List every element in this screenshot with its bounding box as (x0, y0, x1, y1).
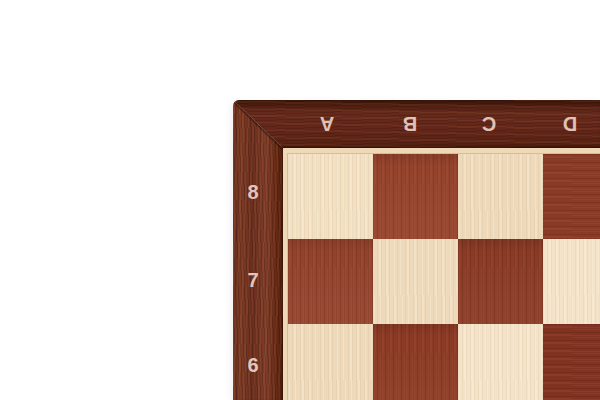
rank-label-6: 6 (247, 354, 258, 377)
rank-label-7: 7 (247, 269, 258, 292)
board-frame-left: 876 (233, 100, 283, 400)
square-a6 (288, 324, 373, 400)
square-b7 (373, 239, 458, 324)
rank-label-8: 8 (247, 181, 258, 204)
board-frame-top: ABCD (233, 100, 600, 148)
square-c6 (458, 324, 543, 400)
file-label-a: A (320, 112, 334, 135)
square-d6 (543, 324, 600, 400)
board-grid (288, 154, 600, 400)
file-label-d: D (563, 112, 577, 135)
file-label-b: B (403, 112, 417, 135)
square-d7 (543, 239, 600, 324)
square-c8 (458, 154, 543, 239)
square-d8 (543, 154, 600, 239)
square-a7 (288, 239, 373, 324)
square-c7 (458, 239, 543, 324)
square-b8 (373, 154, 458, 239)
file-label-c: C (482, 112, 496, 135)
frame-left-edge-highlight (233, 100, 236, 400)
square-b6 (373, 324, 458, 400)
photo-canvas: ABCD 876 (0, 0, 600, 400)
square-a8 (288, 154, 373, 239)
chess-board: ABCD 876 (233, 100, 600, 400)
